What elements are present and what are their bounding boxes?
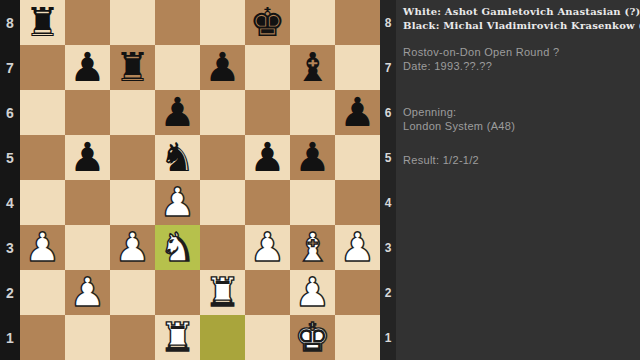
rank-label-2: 2 [0,270,20,315]
piece-black-pawn: ♟ [340,90,376,135]
game-info-panel: White: Ashot Gamletovich Anastasian (?) … [396,0,640,360]
square-c3[interactable]: ♟ [110,225,155,270]
piece-white-king: ♚ [295,315,331,360]
rank-label-4: 4 [380,180,396,225]
white-player-line: White: Ashot Gamletovich Anastasian (?) [403,6,640,17]
square-d3[interactable]: ♞ [155,225,200,270]
square-c8[interactable] [110,0,155,45]
rank-label-1: 1 [380,315,396,360]
square-b1[interactable] [65,315,110,360]
chess-board: ♜♚♟♜♟♝♟♟♟♞♟♟♟♟♟♞♟♝♟♟♜♟♜♚ [20,0,380,360]
piece-white-pawn: ♟ [115,225,151,270]
square-d2[interactable] [155,270,200,315]
square-d1[interactable]: ♜ [155,315,200,360]
square-f4[interactable] [245,180,290,225]
piece-white-pawn: ♟ [25,225,61,270]
square-g1[interactable]: ♚ [290,315,335,360]
square-c6[interactable] [110,90,155,135]
square-f6[interactable] [245,90,290,135]
square-a6[interactable] [20,90,65,135]
square-e6[interactable] [200,90,245,135]
piece-black-pawn: ♟ [160,90,196,135]
piece-white-rook: ♜ [205,270,241,315]
date-line: Date: 1993.??.?? [403,60,492,72]
square-a4[interactable] [20,180,65,225]
square-b4[interactable] [65,180,110,225]
square-h5[interactable] [335,135,380,180]
square-g3[interactable]: ♝ [290,225,335,270]
square-b6[interactable] [65,90,110,135]
square-g5[interactable]: ♟ [290,135,335,180]
piece-white-pawn: ♟ [295,270,331,315]
square-c1[interactable] [110,315,155,360]
square-e2[interactable]: ♜ [200,270,245,315]
piece-white-knight: ♞ [160,225,196,270]
piece-white-pawn: ♟ [340,225,376,270]
piece-black-pawn: ♟ [250,135,286,180]
square-f7[interactable] [245,45,290,90]
opening-label: Openning: [403,106,456,118]
square-h3[interactable]: ♟ [335,225,380,270]
rank-label-8: 8 [0,0,20,45]
opening-value: London System (A48) [403,120,515,132]
square-b2[interactable]: ♟ [65,270,110,315]
square-d8[interactable] [155,0,200,45]
square-a2[interactable] [20,270,65,315]
square-b3[interactable] [65,225,110,270]
square-g2[interactable]: ♟ [290,270,335,315]
square-g7[interactable]: ♝ [290,45,335,90]
rank-label-3: 3 [0,225,20,270]
piece-white-bishop: ♝ [295,225,331,270]
event-line: Rostov-on-Don Open Round ? [403,46,559,58]
square-a7[interactable] [20,45,65,90]
piece-black-pawn: ♟ [295,135,331,180]
square-b8[interactable] [65,0,110,45]
square-h8[interactable] [335,0,380,45]
piece-white-pawn: ♟ [160,180,196,225]
result-line: Result: 1/2-1/2 [403,154,479,166]
piece-black-pawn: ♟ [205,45,241,90]
square-c7[interactable]: ♜ [110,45,155,90]
rank-label-6: 6 [0,90,20,135]
black-player-line: Black: Michal Vladimirovich Krasenkow (?… [403,20,640,31]
rank-label-3: 3 [380,225,396,270]
rank-label-6: 6 [380,90,396,135]
square-b5[interactable]: ♟ [65,135,110,180]
square-d4[interactable]: ♟ [155,180,200,225]
square-b7[interactable]: ♟ [65,45,110,90]
piece-black-rook: ♜ [25,0,61,45]
square-d5[interactable]: ♞ [155,135,200,180]
square-a5[interactable] [20,135,65,180]
square-c5[interactable] [110,135,155,180]
square-g4[interactable] [290,180,335,225]
chess-viewer-window: 87654321 ♜♚♟♜♟♝♟♟♟♞♟♟♟♟♟♞♟♝♟♟♜♟♜♚ 876543… [0,0,640,360]
right-rank-labels: 87654321 [380,0,396,360]
rank-label-2: 2 [380,270,396,315]
square-h6[interactable]: ♟ [335,90,380,135]
square-f1[interactable] [245,315,290,360]
square-e4[interactable] [200,180,245,225]
square-e1[interactable] [200,315,245,360]
square-a1[interactable] [20,315,65,360]
square-f3[interactable]: ♟ [245,225,290,270]
piece-black-bishop: ♝ [295,45,331,90]
piece-white-rook: ♜ [160,315,196,360]
rank-label-7: 7 [380,45,396,90]
rank-label-1: 1 [0,315,20,360]
square-a3[interactable]: ♟ [20,225,65,270]
piece-black-pawn: ♟ [70,45,106,90]
rank-label-8: 8 [380,0,396,45]
square-e5[interactable] [200,135,245,180]
piece-white-pawn: ♟ [70,270,106,315]
rank-label-5: 5 [380,135,396,180]
square-e8[interactable] [200,0,245,45]
square-c4[interactable] [110,180,155,225]
square-e7[interactable]: ♟ [200,45,245,90]
square-a8[interactable]: ♜ [20,0,65,45]
left-rank-labels: 87654321 [0,0,20,360]
square-e3[interactable] [200,225,245,270]
square-h2[interactable] [335,270,380,315]
square-h7[interactable] [335,45,380,90]
piece-white-pawn: ♟ [250,225,286,270]
square-f2[interactable] [245,270,290,315]
square-f8[interactable]: ♚ [245,0,290,45]
square-c2[interactable] [110,270,155,315]
square-g8[interactable] [290,0,335,45]
square-h4[interactable] [335,180,380,225]
square-f5[interactable]: ♟ [245,135,290,180]
square-d6[interactable]: ♟ [155,90,200,135]
square-g6[interactable] [290,90,335,135]
rank-label-5: 5 [0,135,20,180]
piece-black-pawn: ♟ [70,135,106,180]
piece-black-knight: ♞ [160,135,196,180]
rank-label-7: 7 [0,45,20,90]
square-h1[interactable] [335,315,380,360]
square-d7[interactable] [155,45,200,90]
piece-black-king: ♚ [250,0,286,45]
rank-label-4: 4 [0,180,20,225]
piece-black-rook: ♜ [115,45,151,90]
